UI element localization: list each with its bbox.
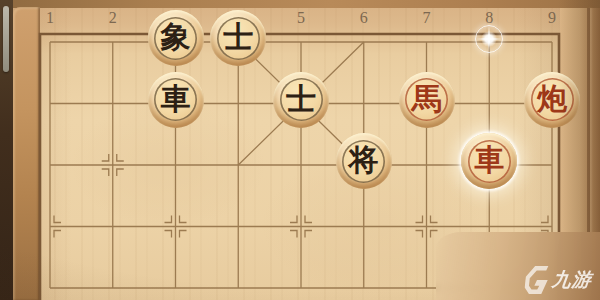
piece-ring: 炮 — [531, 78, 574, 121]
black-general-piece[interactable]: 将 — [336, 133, 392, 189]
piece-character: 馬 — [412, 84, 442, 114]
piece-ring: 士 — [280, 78, 323, 121]
red-cannon-piece[interactable]: 炮 — [524, 72, 580, 128]
watermark-band: 九游 — [436, 232, 600, 300]
black-chariot-piece[interactable]: 車 — [148, 72, 204, 128]
black-advisor-rear-piece[interactable]: 士 — [210, 10, 266, 66]
piece-character: 象 — [161, 22, 191, 52]
piece-ring: 馬 — [405, 78, 448, 121]
piece-character: 炮 — [537, 84, 567, 114]
black-elephant-piece[interactable]: 象 — [148, 10, 204, 66]
piece-ring: 士 — [217, 17, 260, 60]
piece-ring: 車 — [154, 78, 197, 121]
piece-character: 将 — [349, 145, 379, 175]
piece-ring: 象 — [154, 17, 197, 60]
watermark-text: 九游 — [551, 267, 594, 293]
xiangqi-game-screen: 123456789 象士車士馬炮将車 九游 — [0, 0, 600, 300]
piece-ring: 将 — [342, 140, 385, 183]
piece-character: 車 — [161, 84, 191, 114]
red-chariot-piece[interactable]: 車 — [461, 133, 517, 189]
watermark: 九游 — [524, 266, 594, 294]
piece-character: 士 — [286, 84, 316, 114]
piece-ring: 車 — [468, 140, 511, 183]
black-advisor-center-piece[interactable]: 士 — [273, 72, 329, 128]
piece-character: 士 — [223, 22, 253, 52]
piece-character: 車 — [474, 145, 504, 175]
jiuyou-logo-icon — [524, 266, 551, 294]
red-horse-piece[interactable]: 馬 — [399, 72, 455, 128]
